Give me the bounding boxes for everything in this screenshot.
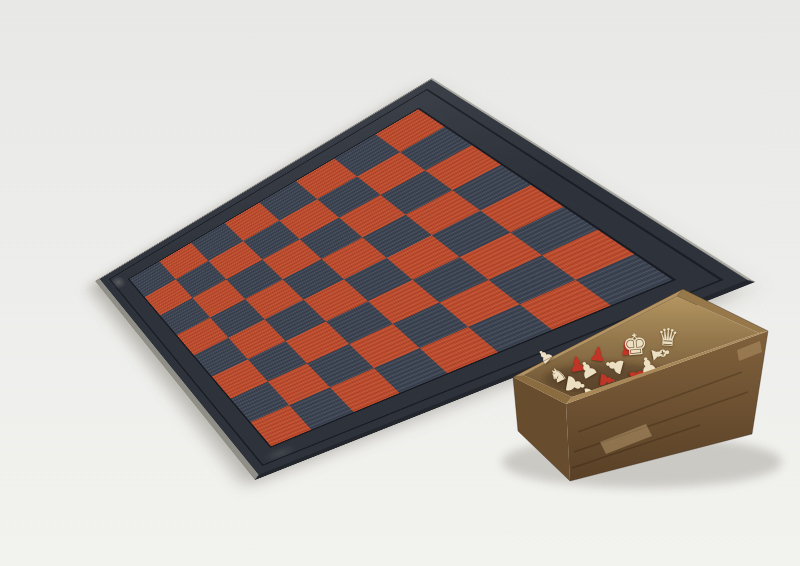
piece-box-front <box>0 0 800 566</box>
photo-scene: ♟♞♟♟♟♟♟♟♟♟♚♟♝♟♝♛♟ <box>0 0 800 566</box>
